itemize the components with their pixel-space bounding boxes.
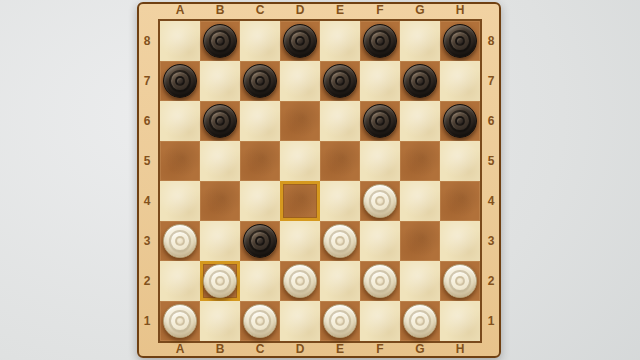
square-g5[interactable]: [400, 141, 440, 181]
square-b3[interactable]: [200, 221, 240, 261]
square-h2[interactable]: [440, 261, 480, 301]
square-b4[interactable]: [200, 181, 240, 221]
square-d4[interactable]: [280, 181, 320, 221]
square-c6[interactable]: [240, 101, 280, 141]
square-h4[interactable]: [440, 181, 480, 221]
square-h8[interactable]: [440, 21, 480, 61]
checkers-board: [158, 19, 482, 343]
black-piece-f8[interactable]: [363, 24, 397, 58]
square-h3[interactable]: [440, 221, 480, 261]
square-b8[interactable]: [200, 21, 240, 61]
black-piece-f6[interactable]: [363, 104, 397, 138]
square-e7[interactable]: [320, 61, 360, 101]
square-g7[interactable]: [400, 61, 440, 101]
square-d5[interactable]: [280, 141, 320, 181]
square-a8[interactable]: [160, 21, 200, 61]
white-piece-e3[interactable]: [323, 224, 357, 258]
rank-labels-right: 87654321: [482, 21, 500, 341]
black-piece-b6[interactable]: [203, 104, 237, 138]
square-e1[interactable]: [320, 301, 360, 341]
square-b1[interactable]: [200, 301, 240, 341]
file-labels-top: ABCDEFGH: [160, 3, 480, 18]
square-d2[interactable]: [280, 261, 320, 301]
square-e4[interactable]: [320, 181, 360, 221]
square-c5[interactable]: [240, 141, 280, 181]
white-piece-e1[interactable]: [323, 304, 357, 338]
square-d3[interactable]: [280, 221, 320, 261]
rank-label-4: 4: [482, 181, 500, 221]
square-a7[interactable]: [160, 61, 200, 101]
square-g1[interactable]: [400, 301, 440, 341]
black-piece-c7[interactable]: [243, 64, 277, 98]
black-piece-g7[interactable]: [403, 64, 437, 98]
black-piece-b8[interactable]: [203, 24, 237, 58]
file-label-h: H: [440, 3, 480, 18]
rank-label-3: 3: [482, 221, 500, 261]
black-piece-e7[interactable]: [323, 64, 357, 98]
rank-label-6: 6: [138, 101, 156, 141]
file-label-c: C: [240, 342, 280, 357]
rank-label-7: 7: [138, 61, 156, 101]
rank-label-8: 8: [138, 21, 156, 61]
file-label-e: E: [320, 342, 360, 357]
rank-label-2: 2: [138, 261, 156, 301]
file-label-b: B: [200, 3, 240, 18]
file-label-h: H: [440, 342, 480, 357]
square-d8[interactable]: [280, 21, 320, 61]
rank-label-3: 3: [138, 221, 156, 261]
white-piece-d2[interactable]: [283, 264, 317, 298]
square-e2[interactable]: [320, 261, 360, 301]
square-b7[interactable]: [200, 61, 240, 101]
rank-label-4: 4: [138, 181, 156, 221]
file-label-b: B: [200, 342, 240, 357]
square-c7[interactable]: [240, 61, 280, 101]
square-c2[interactable]: [240, 261, 280, 301]
black-piece-h8[interactable]: [443, 24, 477, 58]
square-b2[interactable]: [200, 261, 240, 301]
rank-label-2: 2: [482, 261, 500, 301]
white-piece-a1[interactable]: [163, 304, 197, 338]
square-a4[interactable]: [160, 181, 200, 221]
square-c4[interactable]: [240, 181, 280, 221]
square-g8[interactable]: [400, 21, 440, 61]
square-f1[interactable]: [360, 301, 400, 341]
square-a6[interactable]: [160, 101, 200, 141]
square-h5[interactable]: [440, 141, 480, 181]
square-c3[interactable]: [240, 221, 280, 261]
file-label-d: D: [280, 3, 320, 18]
file-label-g: G: [400, 342, 440, 357]
file-label-f: F: [360, 342, 400, 357]
square-a3[interactable]: [160, 221, 200, 261]
square-a5[interactable]: [160, 141, 200, 181]
square-c8[interactable]: [240, 21, 280, 61]
square-a2[interactable]: [160, 261, 200, 301]
file-label-c: C: [240, 3, 280, 18]
white-piece-g1[interactable]: [403, 304, 437, 338]
file-label-a: A: [160, 3, 200, 18]
black-piece-h6[interactable]: [443, 104, 477, 138]
black-piece-d8[interactable]: [283, 24, 317, 58]
file-label-e: E: [320, 3, 360, 18]
square-c1[interactable]: [240, 301, 280, 341]
white-piece-a3[interactable]: [163, 224, 197, 258]
white-piece-b2[interactable]: [203, 264, 237, 298]
black-piece-c3[interactable]: [243, 224, 277, 258]
square-e3[interactable]: [320, 221, 360, 261]
white-piece-c1[interactable]: [243, 304, 277, 338]
square-b5[interactable]: [200, 141, 240, 181]
square-e5[interactable]: [320, 141, 360, 181]
screenshot-canvas: ABCDEFGH ABCDEFGH 87654321 87654321: [0, 0, 640, 360]
square-h1[interactable]: [440, 301, 480, 341]
rank-labels-left: 87654321: [138, 21, 156, 341]
square-g6[interactable]: [400, 101, 440, 141]
square-f2[interactable]: [360, 261, 400, 301]
square-h6[interactable]: [440, 101, 480, 141]
file-label-g: G: [400, 3, 440, 18]
square-g4[interactable]: [400, 181, 440, 221]
square-d6[interactable]: [280, 101, 320, 141]
white-piece-f4[interactable]: [363, 184, 397, 218]
square-g2[interactable]: [400, 261, 440, 301]
square-g3[interactable]: [400, 221, 440, 261]
rank-label-5: 5: [482, 141, 500, 181]
square-f3[interactable]: [360, 221, 400, 261]
file-label-d: D: [280, 342, 320, 357]
rank-label-1: 1: [138, 301, 156, 341]
rank-label-1: 1: [482, 301, 500, 341]
square-h7[interactable]: [440, 61, 480, 101]
square-f6[interactable]: [360, 101, 400, 141]
white-piece-h2[interactable]: [443, 264, 477, 298]
square-e8[interactable]: [320, 21, 360, 61]
square-f4[interactable]: [360, 181, 400, 221]
square-b6[interactable]: [200, 101, 240, 141]
file-labels-bottom: ABCDEFGH: [160, 342, 480, 357]
file-label-f: F: [360, 3, 400, 18]
square-e6[interactable]: [320, 101, 360, 141]
square-f7[interactable]: [360, 61, 400, 101]
square-d7[interactable]: [280, 61, 320, 101]
rank-label-8: 8: [482, 21, 500, 61]
file-label-a: A: [160, 342, 200, 357]
square-d1[interactable]: [280, 301, 320, 341]
rank-label-5: 5: [138, 141, 156, 181]
square-f8[interactable]: [360, 21, 400, 61]
rank-label-6: 6: [482, 101, 500, 141]
square-a1[interactable]: [160, 301, 200, 341]
white-piece-f2[interactable]: [363, 264, 397, 298]
rank-label-7: 7: [482, 61, 500, 101]
black-piece-a7[interactable]: [163, 64, 197, 98]
square-f5[interactable]: [360, 141, 400, 181]
